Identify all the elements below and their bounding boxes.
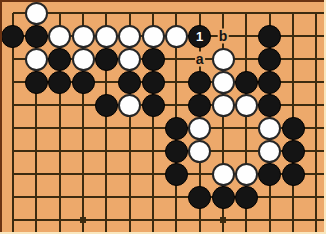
frame-edge-left: [0, 0, 2, 234]
white-stone: [72, 25, 95, 48]
white-stone: [142, 25, 165, 48]
intersection-c2-r5: [25, 94, 48, 117]
grid-line-v: [315, 186, 317, 209]
intersection-c9-r5: [188, 94, 211, 117]
intersection-c14-r8: [305, 163, 326, 186]
white-stone: [212, 48, 235, 71]
grid-line-v: [315, 48, 317, 71]
intersection-c5-r3: [95, 48, 118, 71]
grid-line-v: [105, 209, 107, 232]
grid-line-v: [105, 117, 107, 140]
intersection-c1-r5: [1, 94, 24, 117]
grid-line-v: [245, 209, 247, 232]
intersection-c12-r2: [258, 25, 281, 48]
white-stone: [212, 94, 235, 117]
white-stone: [48, 25, 71, 48]
intersection-c14-r10: [305, 209, 326, 232]
grid-line-v: [175, 71, 177, 94]
point-label-a: a: [195, 52, 205, 67]
black-stone: [142, 71, 165, 94]
intersection-c6-r5: [118, 94, 141, 117]
black-stone: [188, 71, 211, 94]
black-stone: [188, 186, 211, 209]
grid-line-v: [315, 94, 317, 117]
grid-line-v: [82, 94, 84, 117]
grid-line-v: [199, 163, 201, 186]
grid-line-v: [315, 117, 317, 140]
intersection-c9-r3: a: [188, 48, 211, 71]
intersection-c5-r1: [95, 2, 118, 25]
black-stone: [258, 94, 281, 117]
black-stone: [25, 25, 48, 48]
grid-line-v: [292, 209, 294, 232]
frame-edge-top: [0, 0, 326, 2]
white-stone: [72, 48, 95, 71]
black-stone: [282, 163, 305, 186]
intersection-c2-r8: [25, 163, 48, 186]
intersection-c1-r2: [1, 25, 24, 48]
intersection-c2-r3: [25, 48, 48, 71]
white-stone: [258, 117, 281, 140]
grid-line-v: [59, 117, 61, 140]
grid-line-v: [152, 140, 154, 163]
intersection-c9-r7: [188, 140, 211, 163]
intersection-c13-r9: [281, 186, 304, 209]
white-stone: [118, 48, 141, 71]
black-stone: [165, 117, 188, 140]
grid-line-v: [12, 13, 14, 25]
intersection-c10-r9: [211, 186, 234, 209]
intersection-c10-r2: b: [211, 25, 234, 48]
intersection-c13-r4: [281, 71, 304, 94]
intersection-c8-r2: [165, 25, 188, 48]
grid-line-v: [175, 13, 177, 25]
intersection-c11-r9: [235, 186, 258, 209]
black-stone: [48, 71, 71, 94]
intersection-c1-r7: [1, 140, 24, 163]
grid-line-v: [82, 13, 84, 25]
intersection-c11-r10: [235, 209, 258, 232]
intersection-c10-r6: [211, 117, 234, 140]
grid-line-v: [315, 25, 317, 48]
grid-line-v: [315, 13, 317, 25]
grid-line-v: [12, 117, 14, 140]
white-stone: [188, 140, 211, 163]
grid-line-v: [105, 140, 107, 163]
intersection-c14-r7: [305, 140, 326, 163]
white-stone: [188, 117, 211, 140]
intersection-c6-r9: [118, 186, 141, 209]
intersection-c5-r2: [95, 25, 118, 48]
grid-line-v: [245, 25, 247, 48]
grid-line-v: [269, 186, 271, 209]
intersection-c7-r9: [141, 186, 164, 209]
grid-line-v: [59, 209, 61, 232]
intersection-c12-r10: [258, 209, 281, 232]
intersection-c3-r9: [48, 186, 71, 209]
white-stone: [212, 71, 235, 94]
intersection-c7-r2: [141, 25, 164, 48]
grid-line-v: [12, 140, 14, 163]
grid-line-h: [13, 150, 25, 152]
intersection-c11-r8: [235, 163, 258, 186]
black-stone: [282, 117, 305, 140]
grid-line-v: [129, 163, 131, 186]
intersection-c5-r9: [95, 186, 118, 209]
black-stone: [258, 163, 281, 186]
grid-line-v: [129, 186, 131, 209]
intersection-c4-r7: [71, 140, 94, 163]
intersection-c14-r4: [305, 71, 326, 94]
black-stone: [258, 25, 281, 48]
grid-line-v: [292, 71, 294, 94]
intersection-c4-r4: [71, 71, 94, 94]
intersection-c12-r1: [258, 2, 281, 25]
intersection-c13-r7: [281, 140, 304, 163]
intersection-c4-r8: [71, 163, 94, 186]
grid-line-v: [59, 94, 61, 117]
grid-line-v: [12, 48, 14, 71]
black-stone: [1, 25, 24, 48]
black-stone: [95, 48, 118, 71]
grid-line-v: [35, 117, 37, 140]
intersection-c4-r10: [71, 209, 94, 232]
grid-line-v: [315, 71, 317, 94]
intersection-c14-r3: [305, 48, 326, 71]
grid-line-v: [175, 94, 177, 117]
grid-line-v: [105, 186, 107, 209]
grid-line-v: [12, 186, 14, 209]
white-stone: [25, 48, 48, 71]
intersection-c5-r7: [95, 140, 118, 163]
black-stone: [118, 71, 141, 94]
intersection-c2-r7: [25, 140, 48, 163]
grid-line-v: [59, 186, 61, 209]
intersection-c1-r8: [1, 163, 24, 186]
black-stone: [25, 71, 48, 94]
intersection-c6-r3: [118, 48, 141, 71]
intersection-c12-r4: [258, 71, 281, 94]
intersection-c13-r5: [281, 94, 304, 117]
grid-line-v: [245, 140, 247, 163]
intersection-c14-r2: [305, 25, 326, 48]
intersection-c3-r3: [48, 48, 71, 71]
white-stone: [118, 94, 141, 117]
intersection-c8-r4: [165, 71, 188, 94]
grid-line-v: [245, 48, 247, 71]
intersection-c3-r1: [48, 2, 71, 25]
board-grid: 1ba: [1, 2, 326, 232]
intersection-c9-r6: [188, 117, 211, 140]
intersection-c12-r9: [258, 186, 281, 209]
grid-line-v: [292, 186, 294, 209]
intersection-c9-r8: [188, 163, 211, 186]
grid-line-v: [105, 163, 107, 186]
intersection-c12-r8: [258, 163, 281, 186]
grid-line-v: [175, 209, 177, 232]
intersection-c6-r1: [118, 2, 141, 25]
intersection-c2-r9: [25, 186, 48, 209]
black-stone: [142, 48, 165, 71]
intersection-c3-r4: [48, 71, 71, 94]
intersection-c11-r1: [235, 2, 258, 25]
grid-line-v: [129, 117, 131, 140]
grid-line-h: [13, 12, 25, 14]
go-board: 1ba: [0, 0, 326, 234]
grid-line-h: [13, 196, 25, 198]
intersection-c13-r1: [281, 2, 304, 25]
intersection-c1-r9: [1, 186, 24, 209]
star-point: [220, 217, 226, 223]
intersection-c13-r3: [281, 48, 304, 71]
intersection-c13-r10: [281, 209, 304, 232]
point-label-b: b: [218, 29, 229, 44]
intersection-c9-r10: [188, 209, 211, 232]
intersection-c8-r8: [165, 163, 188, 186]
intersection-c9-r2: 1: [188, 25, 211, 48]
black-stone: [72, 71, 95, 94]
grid-line-v: [152, 186, 154, 209]
intersection-c3-r10: [48, 209, 71, 232]
grid-line-v: [292, 94, 294, 117]
intersection-c12-r7: [258, 140, 281, 163]
grid-line-v: [59, 13, 61, 25]
intersection-c2-r2: [25, 25, 48, 48]
grid-line-v: [82, 163, 84, 186]
intersection-c3-r5: [48, 94, 71, 117]
grid-line-v: [152, 163, 154, 186]
intersection-c5-r4: [95, 71, 118, 94]
black-stone: [235, 71, 258, 94]
grid-line-v: [222, 13, 224, 25]
intersection-c11-r4: [235, 71, 258, 94]
grid-line-v: [315, 140, 317, 163]
grid-line-v: [292, 13, 294, 25]
grid-line-v: [129, 209, 131, 232]
grid-line-v: [35, 163, 37, 186]
grid-line-v: [35, 186, 37, 209]
intersection-c6-r7: [118, 140, 141, 163]
intersection-c1-r4: [1, 71, 24, 94]
intersection-c1-r3: [1, 48, 24, 71]
grid-line-v: [152, 209, 154, 232]
grid-line-h: [13, 127, 25, 129]
intersection-c10-r3: [211, 48, 234, 71]
grid-line-v: [222, 117, 224, 140]
intersection-c9-r9: [188, 186, 211, 209]
intersection-c6-r2: [118, 25, 141, 48]
intersection-c6-r10: [118, 209, 141, 232]
grid-line-v: [35, 94, 37, 117]
intersection-c8-r9: [165, 186, 188, 209]
intersection-c12-r6: [258, 117, 281, 140]
white-stone: [212, 163, 235, 186]
intersection-c13-r6: [281, 117, 304, 140]
intersection-c2-r10: [25, 209, 48, 232]
intersection-c5-r6: [95, 117, 118, 140]
white-stone: [118, 25, 141, 48]
intersection-c11-r7: [235, 140, 258, 163]
grid-line-v: [245, 13, 247, 25]
grid-line-v: [12, 163, 14, 186]
intersection-c5-r10: [95, 209, 118, 232]
intersection-c9-r1: [188, 2, 211, 25]
intersection-c10-r8: [211, 163, 234, 186]
intersection-c8-r3: [165, 48, 188, 71]
grid-line-v: [315, 209, 317, 232]
grid-line-v: [199, 13, 201, 25]
intersection-c1-r1: [1, 2, 24, 25]
intersection-c4-r6: [71, 117, 94, 140]
intersection-c3-r2: [48, 25, 71, 48]
grid-line-v: [35, 209, 37, 232]
intersection-c10-r5: [211, 94, 234, 117]
grid-line-h: [13, 173, 25, 175]
intersection-c12-r3: [258, 48, 281, 71]
intersection-c9-r4: [188, 71, 211, 94]
intersection-c10-r1: [211, 2, 234, 25]
grid-line-h: [13, 219, 25, 221]
grid-line-v: [199, 209, 201, 232]
black-stone: [165, 140, 188, 163]
intersection-c8-r5: [165, 94, 188, 117]
grid-line-h: [13, 104, 25, 106]
grid-line-v: [292, 48, 294, 71]
grid-line-v: [292, 25, 294, 48]
intersection-c7-r7: [141, 140, 164, 163]
grid-line-v: [222, 140, 224, 163]
intersection-c11-r6: [235, 117, 258, 140]
black-stone: [258, 71, 281, 94]
intersection-c7-r8: [141, 163, 164, 186]
white-stone: [258, 140, 281, 163]
grid-line-v: [59, 163, 61, 186]
grid-line-v: [12, 94, 14, 117]
grid-line-v: [82, 186, 84, 209]
intersection-c13-r8: [281, 163, 304, 186]
grid-line-h: [13, 58, 25, 60]
grid-line-v: [105, 71, 107, 94]
grid-line-v: [82, 117, 84, 140]
intersection-c4-r2: [71, 25, 94, 48]
intersection-c7-r4: [141, 71, 164, 94]
grid-line-v: [152, 13, 154, 25]
intersection-c4-r9: [71, 186, 94, 209]
intersection-c14-r6: [305, 117, 326, 140]
intersection-c3-r8: [48, 163, 71, 186]
black-stone: [258, 48, 281, 71]
intersection-c8-r10: [165, 209, 188, 232]
intersection-c3-r6: [48, 117, 71, 140]
intersection-c6-r8: [118, 163, 141, 186]
intersection-c7-r5: [141, 94, 164, 117]
grid-line-v: [175, 186, 177, 209]
intersection-c4-r3: [71, 48, 94, 71]
grid-line-h: [13, 81, 25, 83]
intersection-c4-r1: [71, 2, 94, 25]
intersection-c11-r2: [235, 25, 258, 48]
grid-line-v: [12, 209, 14, 232]
grid-line-v: [175, 48, 177, 71]
intersection-c3-r7: [48, 140, 71, 163]
grid-line-v: [35, 140, 37, 163]
grid-line-v: [59, 140, 61, 163]
intersection-c14-r5: [305, 94, 326, 117]
black-stone: [165, 163, 188, 186]
grid-line-v: [82, 140, 84, 163]
frame-edge-bottom: [0, 232, 326, 234]
black-stone: [48, 48, 71, 71]
white-stone: [165, 25, 188, 48]
white-stone: [95, 25, 118, 48]
grid-line-v: [152, 117, 154, 140]
black-stone: [188, 94, 211, 117]
move-number-label: 1: [196, 30, 203, 43]
white-stone: [235, 163, 258, 186]
black-stone: [212, 186, 235, 209]
grid-line-v: [315, 163, 317, 186]
intersection-c4-r5: [71, 94, 94, 117]
grid-line-v: [105, 13, 107, 25]
grid-line-v: [245, 117, 247, 140]
grid-line-v: [269, 13, 271, 25]
intersection-c7-r3: [141, 48, 164, 71]
intersection-c11-r5: [235, 94, 258, 117]
intersection-c10-r7: [211, 140, 234, 163]
white-stone: [25, 2, 48, 25]
intersection-c2-r4: [25, 71, 48, 94]
intersection-c2-r1: [25, 2, 48, 25]
grid-line-v: [12, 71, 14, 94]
intersection-c11-r3: [235, 48, 258, 71]
intersection-c5-r5: [95, 94, 118, 117]
intersection-c1-r10: [1, 209, 24, 232]
intersection-c7-r6: [141, 117, 164, 140]
intersection-c8-r7: [165, 140, 188, 163]
intersection-c14-r1: [305, 2, 326, 25]
intersection-c14-r9: [305, 186, 326, 209]
intersection-c8-r6: [165, 117, 188, 140]
grid-line-v: [129, 13, 131, 25]
black-stone: [282, 140, 305, 163]
intersection-c8-r1: [165, 2, 188, 25]
white-stone: [235, 94, 258, 117]
intersection-c1-r6: [1, 117, 24, 140]
intersection-c10-r4: [211, 71, 234, 94]
intersection-c10-r10: [211, 209, 234, 232]
intersection-c2-r6: [25, 117, 48, 140]
black-stone: [235, 186, 258, 209]
intersection-c7-r1: [141, 2, 164, 25]
intersection-c6-r6: [118, 117, 141, 140]
black-stone-move-1: 1: [188, 25, 211, 48]
grid-line-v: [269, 209, 271, 232]
black-stone: [142, 94, 165, 117]
intersection-c12-r5: [258, 94, 281, 117]
intersection-c5-r8: [95, 163, 118, 186]
intersection-c13-r2: [281, 25, 304, 48]
intersection-c7-r10: [141, 209, 164, 232]
star-point: [80, 217, 86, 223]
grid-line-v: [129, 140, 131, 163]
black-stone: [95, 94, 118, 117]
intersection-c6-r4: [118, 71, 141, 94]
